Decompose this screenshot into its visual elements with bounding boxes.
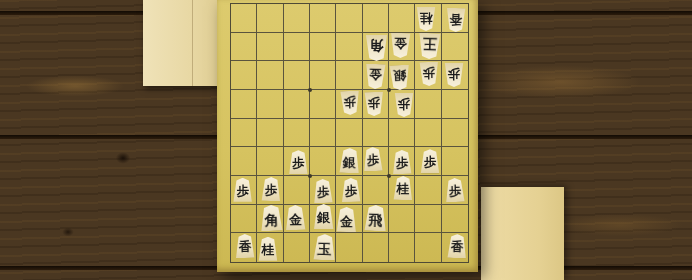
- board-cell[interactable]: [257, 90, 283, 119]
- board-cell[interactable]: [257, 33, 283, 62]
- piece-gote-金[interactable]: 金: [390, 33, 411, 58]
- piece-gote-銀[interactable]: 銀: [389, 64, 411, 90]
- piece-gote-香[interactable]: 香: [446, 8, 466, 32]
- piece-sente-歩[interactable]: 歩: [261, 177, 281, 201]
- board-cell[interactable]: [231, 61, 257, 90]
- board-cell[interactable]: [231, 33, 257, 62]
- board-cell[interactable]: [336, 61, 362, 90]
- board-cell[interactable]: 歩: [442, 61, 468, 90]
- board-cell[interactable]: 金: [284, 205, 310, 234]
- piece-sente-角[interactable]: 角: [260, 205, 284, 232]
- board-cell[interactable]: [310, 119, 336, 148]
- board-cell[interactable]: [389, 233, 415, 262]
- piece-sente-歩[interactable]: 歩: [391, 150, 411, 174]
- board-cell[interactable]: [442, 119, 468, 148]
- piece-gote-金[interactable]: 金: [364, 63, 386, 89]
- board-cell[interactable]: 金: [336, 205, 362, 234]
- board-cell[interactable]: 歩: [389, 147, 415, 176]
- board-cell[interactable]: [231, 147, 257, 176]
- board-cell[interactable]: [310, 4, 336, 33]
- board-cell[interactable]: 金: [363, 61, 389, 90]
- board-cell[interactable]: [336, 233, 362, 262]
- piece-sente-銀[interactable]: 銀: [339, 147, 361, 173]
- hoshi-dot: [308, 88, 312, 92]
- piece-gote-歩[interactable]: 歩: [444, 63, 464, 87]
- board-cell[interactable]: 香: [442, 4, 468, 33]
- board-cell[interactable]: [257, 61, 283, 90]
- board-cell[interactable]: 金: [389, 33, 415, 62]
- board-cell[interactable]: 王: [415, 33, 441, 62]
- piece-sente-飛[interactable]: 飛: [363, 205, 387, 232]
- piece-sente-歩[interactable]: 歩: [341, 178, 361, 202]
- board-cell[interactable]: 歩: [336, 90, 362, 119]
- piece-gote-角[interactable]: 角: [365, 35, 388, 61]
- board-cell[interactable]: 歩: [231, 176, 257, 205]
- board-cell[interactable]: 銀: [336, 147, 362, 176]
- board-cell[interactable]: 歩: [284, 147, 310, 176]
- board-cell[interactable]: [415, 90, 441, 119]
- board-cell[interactable]: [415, 119, 441, 148]
- board-cell[interactable]: [336, 119, 362, 148]
- board-cell[interactable]: [284, 61, 310, 90]
- piece-sente-桂[interactable]: 桂: [258, 237, 278, 261]
- board-cell[interactable]: 歩: [415, 61, 441, 90]
- board-cell[interactable]: 香: [231, 233, 257, 262]
- board-cell[interactable]: [284, 90, 310, 119]
- photo-background: 桂香角金王金銀歩歩歩歩歩歩銀歩歩歩歩歩歩歩桂歩角金銀金飛香桂玉香: [0, 0, 692, 280]
- board-cell[interactable]: [310, 90, 336, 119]
- board-cell[interactable]: [231, 205, 257, 234]
- board-cell[interactable]: [284, 233, 310, 262]
- board-cell[interactable]: 桂: [257, 233, 283, 262]
- piece-gote-王[interactable]: 王: [418, 33, 442, 60]
- board-cell[interactable]: [336, 4, 362, 33]
- board-cell[interactable]: [389, 119, 415, 148]
- board-cell[interactable]: [310, 33, 336, 62]
- board-cell[interactable]: 歩: [442, 176, 468, 205]
- board-cell[interactable]: [442, 33, 468, 62]
- piece-gote-歩[interactable]: 歩: [340, 90, 361, 115]
- piece-sente-金[interactable]: 金: [336, 207, 357, 232]
- board-cell[interactable]: 歩: [336, 176, 362, 205]
- piece-gote-歩[interactable]: 歩: [394, 93, 414, 117]
- board-cell[interactable]: [442, 147, 468, 176]
- board-cell[interactable]: 歩: [389, 90, 415, 119]
- board-cell[interactable]: 歩: [257, 176, 283, 205]
- board-cell[interactable]: [257, 147, 283, 176]
- board-cell[interactable]: 歩: [363, 147, 389, 176]
- board-cell[interactable]: 角: [257, 205, 283, 234]
- board-cell[interactable]: [257, 119, 283, 148]
- board-grid: 桂香角金王金銀歩歩歩歩歩歩銀歩歩歩歩歩歩歩桂歩角金銀金飛香桂玉香: [230, 3, 469, 263]
- board-cell[interactable]: 歩: [363, 90, 389, 119]
- board-cell[interactable]: 歩: [310, 176, 336, 205]
- piece-sente-香[interactable]: 香: [234, 233, 254, 257]
- piece-sente-歩[interactable]: 歩: [444, 177, 465, 202]
- board-cell[interactable]: [389, 205, 415, 234]
- piece-sente-歩[interactable]: 歩: [312, 178, 333, 203]
- board-cell[interactable]: [415, 176, 441, 205]
- piece-sente-香[interactable]: 香: [446, 233, 467, 258]
- piece-gote-歩[interactable]: 歩: [419, 62, 439, 86]
- board-cell[interactable]: [415, 233, 441, 262]
- piece-sente-歩[interactable]: 歩: [363, 147, 384, 172]
- board-cell[interactable]: [257, 4, 283, 33]
- hoshi-dot: [387, 88, 391, 92]
- board-cell[interactable]: [284, 176, 310, 205]
- board-cell[interactable]: [284, 33, 310, 62]
- piece-sente-歩[interactable]: 歩: [288, 150, 308, 174]
- board-cell[interactable]: [310, 61, 336, 90]
- board-cell[interactable]: 飛: [363, 205, 389, 234]
- piece-sente-歩[interactable]: 歩: [420, 149, 440, 173]
- shogi-board: 桂香角金王金銀歩歩歩歩歩歩銀歩歩歩歩歩歩歩桂歩角金銀金飛香桂玉香: [217, 0, 478, 272]
- hoshi-dot: [387, 174, 391, 178]
- board-cell[interactable]: [363, 233, 389, 262]
- piece-sente-歩[interactable]: 歩: [233, 178, 253, 202]
- board-cell[interactable]: 桂: [415, 4, 441, 33]
- piece-sente-玉[interactable]: 玉: [313, 233, 337, 260]
- board-cell[interactable]: [284, 119, 310, 148]
- board-cell[interactable]: 香: [442, 233, 468, 262]
- piece-gote-桂[interactable]: 桂: [416, 7, 436, 31]
- piece-sente-桂[interactable]: 桂: [392, 176, 412, 200]
- board-cell[interactable]: [415, 205, 441, 234]
- board-cell[interactable]: 銀: [389, 61, 415, 90]
- board-cell[interactable]: [231, 119, 257, 148]
- light-plank-top-left: [143, 0, 222, 86]
- light-plank-bottom-right: [481, 187, 564, 280]
- board-cell[interactable]: [442, 205, 468, 234]
- board-cell[interactable]: 玉: [310, 233, 336, 262]
- board-cell[interactable]: [284, 4, 310, 33]
- piece-sente-金[interactable]: 金: [285, 205, 306, 230]
- board-cell[interactable]: 桂: [389, 176, 415, 205]
- board-cell[interactable]: [310, 147, 336, 176]
- board-cell[interactable]: [336, 33, 362, 62]
- board-cell[interactable]: 歩: [415, 147, 441, 176]
- board-cell[interactable]: 角: [363, 33, 389, 62]
- board-cell[interactable]: [363, 119, 389, 148]
- board-cell[interactable]: [363, 4, 389, 33]
- board-cell[interactable]: [442, 90, 468, 119]
- board-cell[interactable]: [231, 4, 257, 33]
- hoshi-dot: [308, 174, 312, 178]
- board-cell[interactable]: [389, 4, 415, 33]
- piece-gote-歩[interactable]: 歩: [364, 92, 384, 116]
- board-cell[interactable]: 銀: [310, 205, 336, 234]
- piece-sente-銀[interactable]: 銀: [313, 204, 334, 229]
- board-cell[interactable]: [363, 176, 389, 205]
- board-cell[interactable]: [231, 90, 257, 119]
